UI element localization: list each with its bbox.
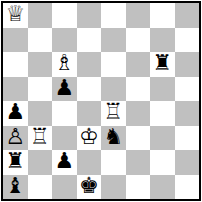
square-c8[interactable] (52, 3, 77, 28)
square-b3[interactable]: ♖ (28, 126, 53, 151)
square-d8[interactable] (77, 3, 102, 28)
square-b4[interactable] (28, 101, 53, 126)
square-d5[interactable] (77, 77, 102, 102)
square-h1[interactable] (175, 175, 200, 200)
square-g8[interactable] (150, 3, 175, 28)
white-pawn-a3[interactable]: ♙ (5, 126, 25, 148)
square-a1[interactable]: ♝ (3, 175, 28, 200)
square-h5[interactable] (175, 77, 200, 102)
square-a6[interactable] (3, 52, 28, 77)
chess-board-frame: ♕♗♜♟♟♖♙♖♔♞♜♟♝♚ (1, 1, 201, 201)
square-e4[interactable]: ♖ (101, 101, 126, 126)
square-d6[interactable] (77, 52, 102, 77)
square-d1[interactable]: ♚ (77, 175, 102, 200)
square-g5[interactable] (150, 77, 175, 102)
black-pawn-c5[interactable]: ♟ (54, 77, 74, 99)
square-c6[interactable]: ♗ (52, 52, 77, 77)
square-c4[interactable] (52, 101, 77, 126)
square-h2[interactable] (175, 150, 200, 175)
square-e7[interactable] (101, 28, 126, 53)
square-g2[interactable] (150, 150, 175, 175)
square-f7[interactable] (126, 28, 151, 53)
white-rook-e4[interactable]: ♖ (103, 101, 123, 123)
square-g3[interactable] (150, 126, 175, 151)
black-bishop-a1[interactable]: ♝ (5, 175, 25, 197)
white-queen-a8[interactable]: ♕ (5, 3, 25, 25)
square-f4[interactable] (126, 101, 151, 126)
square-g6[interactable]: ♜ (150, 52, 175, 77)
black-rook-a2[interactable]: ♜ (5, 150, 25, 172)
square-b1[interactable] (28, 175, 53, 200)
square-h8[interactable] (175, 3, 200, 28)
square-c5[interactable]: ♟ (52, 77, 77, 102)
square-h7[interactable] (175, 28, 200, 53)
square-a8[interactable]: ♕ (3, 3, 28, 28)
square-b8[interactable] (28, 3, 53, 28)
square-c2[interactable]: ♟ (52, 150, 77, 175)
white-bishop-c6[interactable]: ♗ (54, 52, 74, 74)
square-a5[interactable] (3, 77, 28, 102)
black-king-d1[interactable]: ♚ (79, 175, 99, 197)
square-c7[interactable] (52, 28, 77, 53)
square-f3[interactable] (126, 126, 151, 151)
square-a7[interactable] (3, 28, 28, 53)
square-e6[interactable] (101, 52, 126, 77)
square-e5[interactable] (101, 77, 126, 102)
black-pawn-a4[interactable]: ♟ (5, 101, 25, 123)
square-b2[interactable] (28, 150, 53, 175)
square-d7[interactable] (77, 28, 102, 53)
square-d3[interactable]: ♔ (77, 126, 102, 151)
square-f1[interactable] (126, 175, 151, 200)
square-b7[interactable] (28, 28, 53, 53)
square-b6[interactable] (28, 52, 53, 77)
white-rook-b3[interactable]: ♖ (30, 126, 50, 148)
white-king-d3[interactable]: ♔ (79, 126, 99, 148)
chess-board: ♕♗♜♟♟♖♙♖♔♞♜♟♝♚ (3, 3, 199, 199)
square-g1[interactable] (150, 175, 175, 200)
square-f5[interactable] (126, 77, 151, 102)
square-e3[interactable]: ♞ (101, 126, 126, 151)
square-g7[interactable] (150, 28, 175, 53)
square-e1[interactable] (101, 175, 126, 200)
black-knight-e3[interactable]: ♞ (103, 126, 123, 148)
square-h3[interactable] (175, 126, 200, 151)
square-b5[interactable] (28, 77, 53, 102)
square-c3[interactable] (52, 126, 77, 151)
square-a3[interactable]: ♙ (3, 126, 28, 151)
square-a4[interactable]: ♟ (3, 101, 28, 126)
square-e2[interactable] (101, 150, 126, 175)
black-pawn-c2[interactable]: ♟ (54, 150, 74, 172)
square-d2[interactable] (77, 150, 102, 175)
black-rook-g6[interactable]: ♜ (152, 52, 172, 74)
square-a2[interactable]: ♜ (3, 150, 28, 175)
square-h4[interactable] (175, 101, 200, 126)
square-g4[interactable] (150, 101, 175, 126)
square-e8[interactable] (101, 3, 126, 28)
square-h6[interactable] (175, 52, 200, 77)
square-f2[interactable] (126, 150, 151, 175)
square-d4[interactable] (77, 101, 102, 126)
square-f8[interactable] (126, 3, 151, 28)
square-c1[interactable] (52, 175, 77, 200)
square-f6[interactable] (126, 52, 151, 77)
